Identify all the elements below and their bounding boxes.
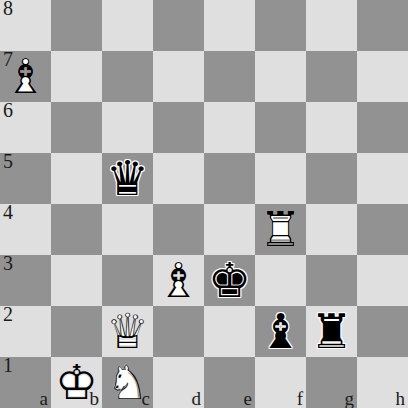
square-c5[interactable]: ♛ xyxy=(102,153,153,204)
square-g5[interactable] xyxy=(306,153,357,204)
piece-outline-glyph: ♕ xyxy=(102,306,153,357)
square-g6[interactable] xyxy=(306,102,357,153)
square-e6[interactable] xyxy=(204,102,255,153)
square-f7[interactable] xyxy=(255,51,306,102)
square-c6[interactable] xyxy=(102,102,153,153)
square-d8[interactable] xyxy=(153,0,204,51)
piece-glyph: ♚ xyxy=(204,255,255,306)
piece-glyph: ♛ xyxy=(102,153,153,204)
piece-outline-glyph: ♔ xyxy=(51,357,102,408)
square-h3[interactable] xyxy=(357,255,408,306)
square-f5[interactable] xyxy=(255,153,306,204)
black-bishop[interactable]: ♝ xyxy=(255,306,306,357)
square-c4[interactable] xyxy=(102,204,153,255)
square-a6[interactable] xyxy=(0,102,51,153)
white-bishop[interactable]: ♝♗ xyxy=(0,51,51,102)
square-d3[interactable]: ♝♗ xyxy=(153,255,204,306)
square-f3[interactable] xyxy=(255,255,306,306)
square-d1[interactable] xyxy=(153,357,204,408)
square-d4[interactable] xyxy=(153,204,204,255)
square-h1[interactable] xyxy=(357,357,408,408)
square-a2[interactable] xyxy=(0,306,51,357)
square-c3[interactable] xyxy=(102,255,153,306)
square-c8[interactable] xyxy=(102,0,153,51)
square-a8[interactable] xyxy=(0,0,51,51)
square-e3[interactable]: ♚ xyxy=(204,255,255,306)
square-f2[interactable]: ♝ xyxy=(255,306,306,357)
piece-outline-glyph: ♗ xyxy=(0,51,51,102)
square-g2[interactable]: ♜ xyxy=(306,306,357,357)
square-h6[interactable] xyxy=(357,102,408,153)
square-b1[interactable]: ♚♔ xyxy=(51,357,102,408)
square-g8[interactable] xyxy=(306,0,357,51)
square-b4[interactable] xyxy=(51,204,102,255)
white-bishop[interactable]: ♝♗ xyxy=(153,255,204,306)
square-g4[interactable] xyxy=(306,204,357,255)
square-c7[interactable] xyxy=(102,51,153,102)
square-g7[interactable] xyxy=(306,51,357,102)
square-b7[interactable] xyxy=(51,51,102,102)
white-knight[interactable]: ♞♘ xyxy=(102,357,153,408)
square-h7[interactable] xyxy=(357,51,408,102)
white-queen[interactable]: ♛♕ xyxy=(102,306,153,357)
square-d2[interactable] xyxy=(153,306,204,357)
square-b5[interactable] xyxy=(51,153,102,204)
square-d7[interactable] xyxy=(153,51,204,102)
white-rook[interactable]: ♜♖ xyxy=(255,204,306,255)
piece-outline-glyph: ♗ xyxy=(153,255,204,306)
chess-board: ♝♗♛♜♖♝♗♚♛♕♝♜♚♔♞♘ 87654321 abcdefgh xyxy=(0,0,408,408)
square-d5[interactable] xyxy=(153,153,204,204)
square-e1[interactable] xyxy=(204,357,255,408)
square-a7[interactable]: ♝♗ xyxy=(0,51,51,102)
square-d6[interactable] xyxy=(153,102,204,153)
piece-outline-glyph: ♘ xyxy=(102,357,153,408)
black-king[interactable]: ♚ xyxy=(204,255,255,306)
square-e4[interactable] xyxy=(204,204,255,255)
square-g3[interactable] xyxy=(306,255,357,306)
square-a3[interactable] xyxy=(0,255,51,306)
square-e5[interactable] xyxy=(204,153,255,204)
piece-glyph: ♜ xyxy=(306,306,357,357)
square-h5[interactable] xyxy=(357,153,408,204)
square-h8[interactable] xyxy=(357,0,408,51)
square-a4[interactable] xyxy=(0,204,51,255)
square-c2[interactable]: ♛♕ xyxy=(102,306,153,357)
square-c1[interactable]: ♞♘ xyxy=(102,357,153,408)
squares-grid: ♝♗♛♜♖♝♗♚♛♕♝♜♚♔♞♘ xyxy=(0,0,408,408)
square-h4[interactable] xyxy=(357,204,408,255)
square-f4[interactable]: ♜♖ xyxy=(255,204,306,255)
square-e2[interactable] xyxy=(204,306,255,357)
square-f8[interactable] xyxy=(255,0,306,51)
square-b2[interactable] xyxy=(51,306,102,357)
square-b3[interactable] xyxy=(51,255,102,306)
square-e7[interactable] xyxy=(204,51,255,102)
black-rook[interactable]: ♜ xyxy=(306,306,357,357)
square-f6[interactable] xyxy=(255,102,306,153)
white-king[interactable]: ♚♔ xyxy=(51,357,102,408)
square-a1[interactable] xyxy=(0,357,51,408)
square-b8[interactable] xyxy=(51,0,102,51)
piece-outline-glyph: ♖ xyxy=(255,204,306,255)
square-b6[interactable] xyxy=(51,102,102,153)
piece-glyph: ♝ xyxy=(255,306,306,357)
square-e8[interactable] xyxy=(204,0,255,51)
black-queen[interactable]: ♛ xyxy=(102,153,153,204)
square-h2[interactable] xyxy=(357,306,408,357)
square-a5[interactable] xyxy=(0,153,51,204)
square-g1[interactable] xyxy=(306,357,357,408)
square-f1[interactable] xyxy=(255,357,306,408)
